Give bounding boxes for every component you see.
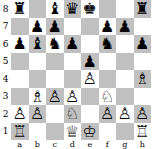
square-g8[interactable] bbox=[116, 0, 134, 18]
file-label-b: b bbox=[29, 140, 47, 149]
piece-white-bishop[interactable]: ♗ bbox=[135, 70, 149, 88]
square-g1[interactable] bbox=[116, 123, 134, 141]
square-b3[interactable]: ♗ bbox=[29, 88, 47, 106]
piece-black-pawn[interactable]: ♟ bbox=[30, 18, 44, 36]
square-b4[interactable] bbox=[29, 70, 47, 88]
rank-label-8: 8 bbox=[0, 0, 11, 18]
square-d7[interactable] bbox=[64, 18, 82, 36]
square-a5[interactable] bbox=[11, 53, 29, 71]
file-label-g: g bbox=[116, 140, 134, 149]
piece-white-pawn[interactable]: ♙ bbox=[83, 70, 97, 88]
file-label-h: h bbox=[134, 140, 152, 149]
square-h5[interactable] bbox=[134, 53, 152, 71]
square-b8[interactable] bbox=[29, 0, 47, 18]
file-labels-row: abcdefgh bbox=[0, 140, 151, 149]
square-g4[interactable] bbox=[116, 70, 134, 88]
square-e3[interactable] bbox=[81, 88, 99, 106]
piece-white-pawn[interactable]: ♙ bbox=[13, 105, 27, 123]
piece-black-knight[interactable]: ♞ bbox=[100, 35, 114, 53]
square-h6[interactable]: ♟ bbox=[134, 35, 152, 53]
square-e1[interactable]: ♔ bbox=[81, 123, 99, 141]
piece-black-queen[interactable]: ♛ bbox=[65, 0, 79, 18]
rank-row-6: 6♟♝♞♟♞♟ bbox=[0, 35, 151, 53]
piece-white-pawn[interactable]: ♙ bbox=[100, 105, 114, 123]
piece-black-king[interactable]: ♚ bbox=[83, 0, 97, 18]
square-e6[interactable] bbox=[81, 35, 99, 53]
square-c1[interactable] bbox=[46, 123, 64, 141]
square-a7[interactable] bbox=[11, 18, 29, 36]
square-h4[interactable]: ♗ bbox=[134, 70, 152, 88]
square-h2[interactable]: ♙ bbox=[134, 105, 152, 123]
square-f7[interactable]: ♟ bbox=[99, 18, 117, 36]
rank-row-1: 1♖♕♔♖ bbox=[0, 123, 151, 141]
square-c5[interactable] bbox=[46, 53, 64, 71]
piece-white-rook[interactable]: ♖ bbox=[13, 123, 27, 141]
square-f5[interactable] bbox=[99, 53, 117, 71]
piece-black-pawn[interactable]: ♟ bbox=[118, 18, 132, 36]
square-f3[interactable]: ♘ bbox=[99, 88, 117, 106]
square-c2[interactable] bbox=[46, 105, 64, 123]
rank-label-6: 6 bbox=[0, 35, 11, 53]
square-g6[interactable] bbox=[116, 35, 134, 53]
rank-row-7: 7♟♟♟♟ bbox=[0, 18, 151, 36]
square-g3[interactable] bbox=[116, 88, 134, 106]
square-d4[interactable] bbox=[64, 70, 82, 88]
square-c4[interactable] bbox=[46, 70, 64, 88]
piece-black-knight[interactable]: ♞ bbox=[48, 35, 62, 53]
file-label-c: c bbox=[46, 140, 64, 149]
square-a1[interactable]: ♖ bbox=[11, 123, 29, 141]
square-a3[interactable] bbox=[11, 88, 29, 106]
square-c6[interactable]: ♞ bbox=[46, 35, 64, 53]
square-h7[interactable] bbox=[134, 18, 152, 36]
square-b1[interactable] bbox=[29, 123, 47, 141]
square-d2[interactable]: ♘ bbox=[64, 105, 82, 123]
piece-black-pawn[interactable]: ♟ bbox=[13, 35, 27, 53]
rank-row-2: 2♙♙♘♙♙♙ bbox=[0, 105, 151, 123]
square-b2[interactable]: ♙ bbox=[29, 105, 47, 123]
square-e7[interactable] bbox=[81, 18, 99, 36]
square-e5[interactable]: ♟ bbox=[81, 53, 99, 71]
square-a2[interactable]: ♙ bbox=[11, 105, 29, 123]
piece-black-pawn[interactable]: ♟ bbox=[83, 53, 97, 71]
piece-white-pawn[interactable]: ♙ bbox=[65, 88, 79, 106]
rank-label-5: 5 bbox=[0, 53, 11, 71]
piece-black-rook[interactable]: ♜ bbox=[135, 0, 149, 18]
piece-black-pawn[interactable]: ♟ bbox=[100, 18, 114, 36]
rank-label-7: 7 bbox=[0, 18, 11, 36]
piece-black-pawn[interactable]: ♟ bbox=[135, 35, 149, 53]
file-label-e: e bbox=[81, 140, 99, 149]
piece-white-king[interactable]: ♔ bbox=[83, 123, 97, 141]
square-b7[interactable]: ♟ bbox=[29, 18, 47, 36]
corner-spacer bbox=[0, 140, 11, 149]
piece-black-bishop[interactable]: ♝ bbox=[30, 35, 44, 53]
square-b5[interactable] bbox=[29, 53, 47, 71]
file-label-d: d bbox=[64, 140, 82, 149]
square-g7[interactable]: ♟ bbox=[116, 18, 134, 36]
file-label-a: a bbox=[11, 140, 29, 149]
square-d1[interactable]: ♕ bbox=[64, 123, 82, 141]
square-c7[interactable]: ♟ bbox=[46, 18, 64, 36]
square-d5[interactable] bbox=[64, 53, 82, 71]
rank-label-2: 2 bbox=[0, 105, 11, 123]
square-f1[interactable] bbox=[99, 123, 117, 141]
square-f8[interactable] bbox=[99, 0, 117, 18]
piece-white-bishop[interactable]: ♗ bbox=[30, 88, 44, 106]
piece-white-rook[interactable]: ♖ bbox=[135, 123, 149, 141]
rank-row-4: 4♙♗ bbox=[0, 70, 151, 88]
square-e4[interactable]: ♙ bbox=[81, 70, 99, 88]
piece-white-knight[interactable]: ♘ bbox=[65, 105, 79, 123]
square-e8[interactable]: ♚ bbox=[81, 0, 99, 18]
piece-white-knight[interactable]: ♘ bbox=[100, 88, 114, 106]
square-d3[interactable]: ♙ bbox=[64, 88, 82, 106]
rank-label-3: 3 bbox=[0, 88, 11, 106]
piece-white-pawn[interactable]: ♙ bbox=[118, 105, 132, 123]
piece-white-queen[interactable]: ♕ bbox=[65, 123, 79, 141]
piece-white-pawn[interactable]: ♙ bbox=[135, 105, 149, 123]
rank-label-4: 4 bbox=[0, 70, 11, 88]
chess-diagram: 8♜♝♛♚♜7♟♟♟♟6♟♝♞♟♞♟5♟4♙♗3♗♙♙♘2♙♙♘♙♙♙1♖♕♔♖… bbox=[0, 0, 151, 149]
square-a8[interactable]: ♜ bbox=[11, 0, 29, 18]
square-h3[interactable] bbox=[134, 88, 152, 106]
square-a4[interactable] bbox=[11, 70, 29, 88]
square-h8[interactable]: ♜ bbox=[134, 0, 152, 18]
square-f4[interactable] bbox=[99, 70, 117, 88]
square-c3[interactable]: ♙ bbox=[46, 88, 64, 106]
rank-row-8: 8♜♝♛♚♜ bbox=[0, 0, 151, 18]
square-h1[interactable]: ♖ bbox=[134, 123, 152, 141]
piece-black-pawn[interactable]: ♟ bbox=[65, 35, 79, 53]
piece-black-bishop[interactable]: ♝ bbox=[48, 0, 62, 18]
file-label-f: f bbox=[99, 140, 117, 149]
square-g2[interactable]: ♙ bbox=[116, 105, 134, 123]
rank-label-1: 1 bbox=[0, 123, 11, 141]
square-b6[interactable]: ♝ bbox=[29, 35, 47, 53]
square-f2[interactable]: ♙ bbox=[99, 105, 117, 123]
chess-board: 8♜♝♛♚♜7♟♟♟♟6♟♝♞♟♞♟5♟4♙♗3♗♙♙♘2♙♙♘♙♙♙1♖♕♔♖… bbox=[0, 0, 151, 149]
rank-row-5: 5♟ bbox=[0, 53, 151, 71]
square-g5[interactable] bbox=[116, 53, 134, 71]
square-c8[interactable]: ♝ bbox=[46, 0, 64, 18]
piece-white-pawn[interactable]: ♙ bbox=[30, 105, 44, 123]
square-a6[interactable]: ♟ bbox=[11, 35, 29, 53]
rank-row-3: 3♗♙♙♘ bbox=[0, 88, 151, 106]
square-d6[interactable]: ♟ bbox=[64, 35, 82, 53]
piece-black-pawn[interactable]: ♟ bbox=[48, 18, 62, 36]
piece-black-rook[interactable]: ♜ bbox=[13, 0, 27, 18]
square-f6[interactable]: ♞ bbox=[99, 35, 117, 53]
piece-white-pawn[interactable]: ♙ bbox=[48, 88, 62, 106]
square-d8[interactable]: ♛ bbox=[64, 0, 82, 18]
square-e2[interactable] bbox=[81, 105, 99, 123]
